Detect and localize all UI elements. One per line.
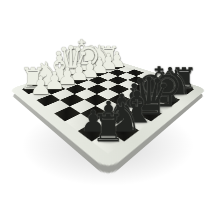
chess-set-photo: ♜♞♝♛♚♝♞♜♟♟♟♟♟♟♟♟♟♟♟♟♟♟♟♟♜♞♝♛♚♝♞♜	[0, 0, 214, 214]
